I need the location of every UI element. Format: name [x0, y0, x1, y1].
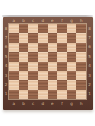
- square-e6: [48, 43, 58, 52]
- square-d8: [38, 24, 48, 33]
- coordinate-label: e: [48, 17, 58, 24]
- coordinate-label: g: [67, 17, 77, 24]
- square-a3: [9, 71, 19, 80]
- square-a4: [9, 62, 19, 71]
- coordinate-label: h: [76, 17, 86, 24]
- square-e8: [48, 24, 58, 33]
- coordinate-label: b: [19, 17, 29, 24]
- product-photo-chessboard: abcdefgh abcdefgh 87654321 87654321: [0, 0, 95, 126]
- square-c3: [28, 71, 38, 80]
- coordinate-label: f: [57, 99, 67, 110]
- coordinate-label: e: [48, 99, 58, 110]
- square-e7: [48, 33, 58, 42]
- square-a2: [9, 80, 19, 89]
- coordinate-label: 3: [86, 71, 93, 80]
- coordinate-label: d: [38, 17, 48, 24]
- square-c2: [28, 80, 38, 89]
- square-c6: [28, 43, 38, 52]
- square-d6: [38, 43, 48, 52]
- square-a5: [9, 52, 19, 61]
- square-e2: [48, 80, 58, 89]
- square-c8: [28, 24, 38, 33]
- square-c4: [28, 62, 38, 71]
- chessboard: abcdefgh abcdefgh 87654321 87654321: [3, 17, 93, 110]
- square-g1: [67, 90, 77, 99]
- square-h8: [76, 24, 86, 33]
- coordinate-label: a: [9, 99, 19, 110]
- coordinate-label: 6: [86, 43, 93, 52]
- coordinate-label: h: [76, 99, 86, 110]
- coordinate-label: 8: [86, 24, 93, 33]
- square-e4: [48, 62, 58, 71]
- square-d2: [38, 80, 48, 89]
- square-f7: [57, 33, 67, 42]
- coordinate-label: f: [57, 17, 67, 24]
- square-a8: [9, 24, 19, 33]
- square-b2: [19, 80, 29, 89]
- square-h7: [76, 33, 86, 42]
- square-g3: [67, 71, 77, 80]
- square-f6: [57, 43, 67, 52]
- square-h1: [76, 90, 86, 99]
- square-g6: [67, 43, 77, 52]
- square-b4: [19, 62, 29, 71]
- square-h2: [76, 80, 86, 89]
- square-h5: [76, 52, 86, 61]
- square-b5: [19, 52, 29, 61]
- square-f3: [57, 71, 67, 80]
- square-f2: [57, 80, 67, 89]
- coordinate-label: c: [28, 17, 38, 24]
- file-labels-top: abcdefgh: [9, 17, 86, 24]
- square-g7: [67, 33, 77, 42]
- square-c5: [28, 52, 38, 61]
- square-f4: [57, 62, 67, 71]
- square-c1: [28, 90, 38, 99]
- square-f5: [57, 52, 67, 61]
- square-d4: [38, 62, 48, 71]
- coordinate-label: 1: [86, 90, 93, 99]
- square-d1: [38, 90, 48, 99]
- square-b8: [19, 24, 29, 33]
- square-g4: [67, 62, 77, 71]
- coordinate-label: c: [28, 99, 38, 110]
- square-h4: [76, 62, 86, 71]
- square-a6: [9, 43, 19, 52]
- coordinate-label: 4: [86, 62, 93, 71]
- square-d3: [38, 71, 48, 80]
- square-d7: [38, 33, 48, 42]
- square-h6: [76, 43, 86, 52]
- coordinate-label: b: [19, 99, 29, 110]
- square-h3: [76, 71, 86, 80]
- coordinate-label: 7: [86, 33, 93, 42]
- square-b6: [19, 43, 29, 52]
- coordinate-label: 5: [86, 52, 93, 61]
- square-d5: [38, 52, 48, 61]
- square-e1: [48, 90, 58, 99]
- square-g2: [67, 80, 77, 89]
- square-b1: [19, 90, 29, 99]
- coordinate-label: a: [9, 17, 19, 24]
- square-e3: [48, 71, 58, 80]
- board-grid: [9, 24, 86, 99]
- square-c7: [28, 33, 38, 42]
- rank-labels-right: 87654321: [86, 24, 93, 99]
- square-g8: [67, 24, 77, 33]
- coordinate-label: 2: [86, 80, 93, 89]
- file-labels-bottom: abcdefgh: [9, 99, 86, 110]
- coordinate-label: g: [67, 99, 77, 110]
- square-f8: [57, 24, 67, 33]
- coordinate-label: d: [38, 99, 48, 110]
- square-a7: [9, 33, 19, 42]
- square-b7: [19, 33, 29, 42]
- square-b3: [19, 71, 29, 80]
- square-f1: [57, 90, 67, 99]
- square-e5: [48, 52, 58, 61]
- square-g5: [67, 52, 77, 61]
- square-a1: [9, 90, 19, 99]
